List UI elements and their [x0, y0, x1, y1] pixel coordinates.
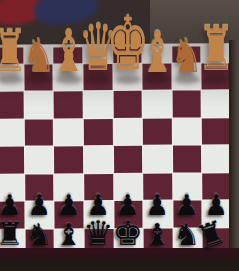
white-rook[interactable]: ♜: [197, 19, 235, 80]
square-r2c7[interactable]: [202, 91, 231, 118]
square-r3c4[interactable]: [113, 119, 142, 146]
table-edge-bottom: [0, 260, 239, 271]
square-r4c4[interactable]: [113, 146, 142, 173]
square-r2c2[interactable]: [54, 92, 83, 119]
square-r2c0[interactable]: [0, 92, 23, 119]
square-r4c7[interactable]: [202, 145, 231, 172]
square-r4c2[interactable]: [54, 146, 83, 173]
square-r4c6[interactable]: [173, 146, 202, 173]
black-bishop[interactable]: ♝: [144, 220, 171, 250]
square-r3c3[interactable]: [84, 119, 113, 146]
black-pawn[interactable]: ♟: [28, 190, 51, 219]
square-r3c0[interactable]: [0, 119, 24, 146]
chess-photo-scene: ♜♞♝♛♚♝♞♜♟♟♟♟♟♟♟♟♜♞♝♛♚♝♞♜: [0, 0, 239, 271]
square-r4c0[interactable]: [0, 147, 24, 174]
square-r3c7[interactable]: [202, 118, 231, 145]
square-r3c1[interactable]: [24, 119, 53, 146]
black-pawn[interactable]: ♟: [146, 190, 169, 219]
black-pawn[interactable]: ♟: [175, 190, 198, 219]
black-king[interactable]: ♚: [113, 216, 143, 250]
black-rook[interactable]: ♜: [0, 218, 24, 250]
square-r2c1[interactable]: [24, 92, 53, 119]
square-r4c5[interactable]: [143, 146, 172, 173]
black-bishop[interactable]: ♝: [55, 220, 82, 250]
square-r3c6[interactable]: [173, 118, 202, 145]
square-r4c1[interactable]: [25, 147, 54, 174]
square-r3c5[interactable]: [143, 118, 172, 145]
square-r2c5[interactable]: [143, 91, 172, 118]
square-r2c3[interactable]: [83, 91, 112, 118]
square-r4c3[interactable]: [84, 146, 113, 173]
square-r2c6[interactable]: [172, 91, 201, 118]
square-r2c4[interactable]: [113, 91, 142, 118]
black-knight[interactable]: ♞: [26, 220, 53, 250]
black-queen[interactable]: ♛: [83, 216, 113, 250]
square-r3c2[interactable]: [54, 119, 83, 146]
black-pawn[interactable]: ♟: [57, 190, 80, 219]
